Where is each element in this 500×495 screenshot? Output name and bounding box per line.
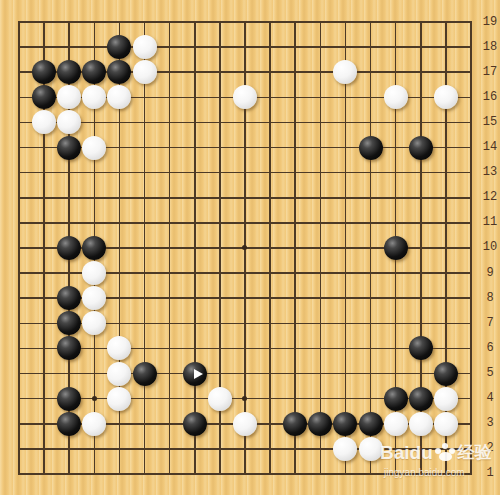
- stone-black-R14[interactable]: [409, 136, 433, 160]
- stone-black-C10[interactable]: [57, 236, 81, 260]
- stone-white-C16[interactable]: [57, 85, 81, 109]
- stone-white-O17[interactable]: [333, 60, 357, 84]
- stone-white-S4[interactable]: [434, 387, 458, 411]
- star-point: [92, 396, 97, 401]
- row-label-14: 14: [481, 140, 499, 155]
- grid-line: [370, 21, 372, 475]
- row-label-13: 13: [481, 165, 499, 180]
- stone-black-P3[interactable]: [359, 412, 383, 436]
- stone-black-M3[interactable]: [283, 412, 307, 436]
- watermark-brand: Baidu: [380, 442, 433, 464]
- stone-black-C4[interactable]: [57, 387, 81, 411]
- stone-white-K3[interactable]: [233, 412, 257, 436]
- stone-black-C17[interactable]: [57, 60, 81, 84]
- stone-white-O2[interactable]: [333, 437, 357, 461]
- stone-white-E6[interactable]: [107, 336, 131, 360]
- stone-white-C15[interactable]: [57, 110, 81, 134]
- stone-white-Q3[interactable]: [384, 412, 408, 436]
- stone-black-N3[interactable]: [308, 412, 332, 436]
- stone-white-E4[interactable]: [107, 387, 131, 411]
- stone-white-D9[interactable]: [82, 261, 106, 285]
- stone-black-D10[interactable]: [82, 236, 106, 260]
- stone-white-D16[interactable]: [82, 85, 106, 109]
- stone-black-R6[interactable]: [409, 336, 433, 360]
- row-label-17: 17: [481, 65, 499, 80]
- row-label-8: 8: [481, 291, 499, 306]
- stone-black-C6[interactable]: [57, 336, 81, 360]
- grid-line: [18, 373, 472, 375]
- stone-white-S3[interactable]: [434, 412, 458, 436]
- row-label-12: 12: [481, 190, 499, 205]
- last-move-triangle-marker: [194, 369, 203, 379]
- stone-white-J4[interactable]: [208, 387, 232, 411]
- row-label-16: 16: [481, 90, 499, 105]
- stone-white-S16[interactable]: [434, 85, 458, 109]
- row-label-6: 6: [481, 341, 499, 356]
- grid-line: [269, 21, 271, 475]
- stone-black-H5[interactable]: [183, 362, 207, 386]
- go-board-image: 19181716151413121110987654321 Baidu 经验 j…: [0, 0, 500, 495]
- stone-white-B15[interactable]: [32, 110, 56, 134]
- stone-white-K16[interactable]: [233, 85, 257, 109]
- stone-white-R3[interactable]: [409, 412, 433, 436]
- row-label-10: 10: [481, 240, 499, 255]
- row-label-19: 19: [481, 15, 499, 30]
- stone-white-F18[interactable]: [133, 35, 157, 59]
- stone-black-D17[interactable]: [82, 60, 106, 84]
- stone-black-B17[interactable]: [32, 60, 56, 84]
- watermark-url: jingyan.baidu.com: [384, 467, 492, 478]
- row-label-11: 11: [481, 215, 499, 230]
- grid-line: [18, 348, 472, 350]
- stone-black-E18[interactable]: [107, 35, 131, 59]
- row-label-5: 5: [481, 366, 499, 381]
- row-label-18: 18: [481, 40, 499, 55]
- stone-white-F17[interactable]: [133, 60, 157, 84]
- stone-black-E17[interactable]: [107, 60, 131, 84]
- stone-black-C3[interactable]: [57, 412, 81, 436]
- stone-black-F5[interactable]: [133, 362, 157, 386]
- stone-black-C7[interactable]: [57, 311, 81, 335]
- row-label-9: 9: [481, 266, 499, 281]
- stone-white-D7[interactable]: [82, 311, 106, 335]
- stone-black-R4[interactable]: [409, 387, 433, 411]
- stone-black-Q4[interactable]: [384, 387, 408, 411]
- baidu-watermark: Baidu 经验 jingyan.baidu.com: [380, 441, 492, 478]
- row-label-4: 4: [481, 391, 499, 406]
- stone-white-D8[interactable]: [82, 286, 106, 310]
- watermark-brand-cn: 经验: [458, 441, 492, 464]
- row-label-3: 3: [481, 416, 499, 431]
- stone-white-D3[interactable]: [82, 412, 106, 436]
- stone-black-H3[interactable]: [183, 412, 207, 436]
- stone-black-C14[interactable]: [57, 136, 81, 160]
- star-point: [242, 245, 247, 250]
- stone-black-Q10[interactable]: [384, 236, 408, 260]
- stone-black-P14[interactable]: [359, 136, 383, 160]
- stone-white-E5[interactable]: [107, 362, 131, 386]
- stone-black-B16[interactable]: [32, 85, 56, 109]
- stone-black-C8[interactable]: [57, 286, 81, 310]
- stone-black-S5[interactable]: [434, 362, 458, 386]
- paw-icon: [435, 443, 456, 462]
- stone-white-D14[interactable]: [82, 136, 106, 160]
- stone-white-P2[interactable]: [359, 437, 383, 461]
- star-point: [242, 396, 247, 401]
- grid-line: [320, 21, 322, 475]
- row-label-15: 15: [481, 115, 499, 130]
- row-label-7: 7: [481, 316, 499, 331]
- grid-line: [294, 21, 296, 475]
- stone-black-O3[interactable]: [333, 412, 357, 436]
- grid-line: [470, 21, 472, 475]
- stone-white-E16[interactable]: [107, 85, 131, 109]
- grid-line: [345, 21, 347, 475]
- stone-white-Q16[interactable]: [384, 85, 408, 109]
